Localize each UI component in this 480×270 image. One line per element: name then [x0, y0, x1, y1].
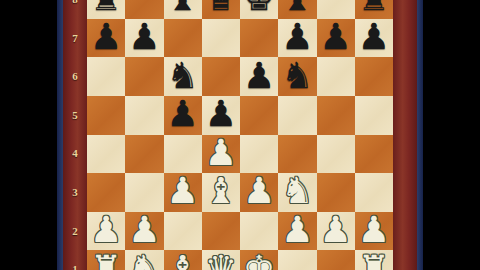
rank-label-4: 4	[63, 146, 87, 160]
square-f2[interactable]: ♟	[278, 212, 316, 251]
square-h1[interactable]: ♜	[355, 250, 393, 270]
square-g4[interactable]	[317, 135, 355, 174]
square-f5[interactable]	[278, 96, 316, 135]
square-b7[interactable]: ♟	[125, 19, 163, 58]
square-e7[interactable]	[240, 19, 278, 58]
square-f1[interactable]	[278, 250, 316, 270]
video-frame: 87654321 ♜♝♛♚♝♜♟♟♟♟♟♞♟♞♟♟♟♟♝♟♞♟♟♟♟♟♜♞♝♛♚…	[0, 0, 480, 270]
white-rook-h1: ♜	[358, 251, 390, 270]
black-pawn-c5: ♟	[166, 96, 198, 132]
black-king-e8: ♚	[243, 0, 275, 16]
square-d5[interactable]: ♟	[202, 96, 240, 135]
square-c1[interactable]: ♝	[164, 250, 202, 270]
black-pawn-b7: ♟	[128, 19, 160, 55]
square-b2[interactable]: ♟	[125, 212, 163, 251]
chess-board: ♜♝♛♚♝♜♟♟♟♟♟♞♟♞♟♟♟♟♝♟♞♟♟♟♟♟♜♞♝♛♚♜	[87, 0, 393, 270]
black-pawn-d5: ♟	[205, 96, 237, 132]
rank-label-2: 2	[63, 224, 87, 238]
white-pawn-e3: ♟	[243, 173, 275, 209]
black-rook-a8: ♜	[90, 0, 122, 16]
black-bishop-f8: ♝	[281, 0, 313, 16]
square-b3[interactable]	[125, 173, 163, 212]
square-b1[interactable]: ♞	[125, 250, 163, 270]
square-f4[interactable]	[278, 135, 316, 174]
square-a3[interactable]	[87, 173, 125, 212]
square-g6[interactable]	[317, 57, 355, 96]
square-d7[interactable]	[202, 19, 240, 58]
white-knight-b1: ♞	[128, 251, 160, 270]
white-bishop-d3: ♝	[205, 173, 237, 209]
square-a6[interactable]	[87, 57, 125, 96]
black-bishop-c8: ♝	[166, 0, 198, 16]
black-rook-h8: ♜	[358, 0, 390, 16]
square-e3[interactable]: ♟	[240, 173, 278, 212]
square-b5[interactable]	[125, 96, 163, 135]
square-g3[interactable]	[317, 173, 355, 212]
square-h2[interactable]: ♟	[355, 212, 393, 251]
square-e5[interactable]	[240, 96, 278, 135]
black-pawn-g7: ♟	[319, 19, 351, 55]
square-e6[interactable]: ♟	[240, 57, 278, 96]
square-d8[interactable]: ♛	[202, 0, 240, 19]
square-f6[interactable]: ♞	[278, 57, 316, 96]
square-a5[interactable]	[87, 96, 125, 135]
black-pawn-f7: ♟	[281, 19, 313, 55]
square-g2[interactable]: ♟	[317, 212, 355, 251]
rank-label-8: 8	[63, 0, 87, 6]
square-c4[interactable]	[164, 135, 202, 174]
square-e8[interactable]: ♚	[240, 0, 278, 19]
black-pawn-h7: ♟	[358, 19, 390, 55]
square-d6[interactable]	[202, 57, 240, 96]
rank-label-1: 1	[63, 262, 87, 270]
white-pawn-c3: ♟	[166, 173, 198, 209]
white-pawn-h2: ♟	[358, 212, 390, 248]
square-d1[interactable]: ♛	[202, 250, 240, 270]
black-pawn-a7: ♟	[90, 19, 122, 55]
rank-label-7: 7	[63, 31, 87, 45]
rank-label-6: 6	[63, 69, 87, 83]
square-a7[interactable]: ♟	[87, 19, 125, 58]
square-f3[interactable]: ♞	[278, 173, 316, 212]
square-g7[interactable]: ♟	[317, 19, 355, 58]
white-king-e1: ♚	[243, 251, 275, 270]
board-frame-right	[393, 0, 417, 270]
black-knight-c6: ♞	[166, 58, 198, 94]
rank-label-3: 3	[63, 185, 87, 199]
square-c6[interactable]: ♞	[164, 57, 202, 96]
white-pawn-b2: ♟	[128, 212, 160, 248]
square-c7[interactable]	[164, 19, 202, 58]
square-c2[interactable]	[164, 212, 202, 251]
square-e2[interactable]	[240, 212, 278, 251]
white-rook-a1: ♜	[90, 251, 122, 270]
square-c5[interactable]: ♟	[164, 96, 202, 135]
square-g5[interactable]	[317, 96, 355, 135]
black-pawn-e6: ♟	[243, 58, 275, 94]
square-a2[interactable]: ♟	[87, 212, 125, 251]
board-frame-edge-right	[417, 0, 423, 270]
square-h6[interactable]	[355, 57, 393, 96]
square-c8[interactable]: ♝	[164, 0, 202, 19]
black-knight-f6: ♞	[281, 58, 313, 94]
square-g1[interactable]	[317, 250, 355, 270]
square-e4[interactable]	[240, 135, 278, 174]
square-f7[interactable]: ♟	[278, 19, 316, 58]
square-e1[interactable]: ♚	[240, 250, 278, 270]
square-d3[interactable]: ♝	[202, 173, 240, 212]
square-b6[interactable]	[125, 57, 163, 96]
square-h4[interactable]	[355, 135, 393, 174]
square-c3[interactable]: ♟	[164, 173, 202, 212]
square-a4[interactable]	[87, 135, 125, 174]
white-pawn-g2: ♟	[319, 212, 351, 248]
square-h5[interactable]	[355, 96, 393, 135]
square-a1[interactable]: ♜	[87, 250, 125, 270]
white-pawn-a2: ♟	[90, 212, 122, 248]
square-d4[interactable]: ♟	[202, 135, 240, 174]
rank-label-5: 5	[63, 108, 87, 122]
white-pawn-d4: ♟	[205, 135, 237, 171]
square-b4[interactable]	[125, 135, 163, 174]
square-h3[interactable]	[355, 173, 393, 212]
white-bishop-c1: ♝	[166, 251, 198, 270]
square-d2[interactable]	[202, 212, 240, 251]
white-knight-f3: ♞	[281, 173, 313, 209]
square-h7[interactable]: ♟	[355, 19, 393, 58]
white-pawn-f2: ♟	[281, 212, 313, 248]
white-queen-d1: ♛	[205, 251, 237, 270]
black-queen-d8: ♛	[205, 0, 237, 16]
